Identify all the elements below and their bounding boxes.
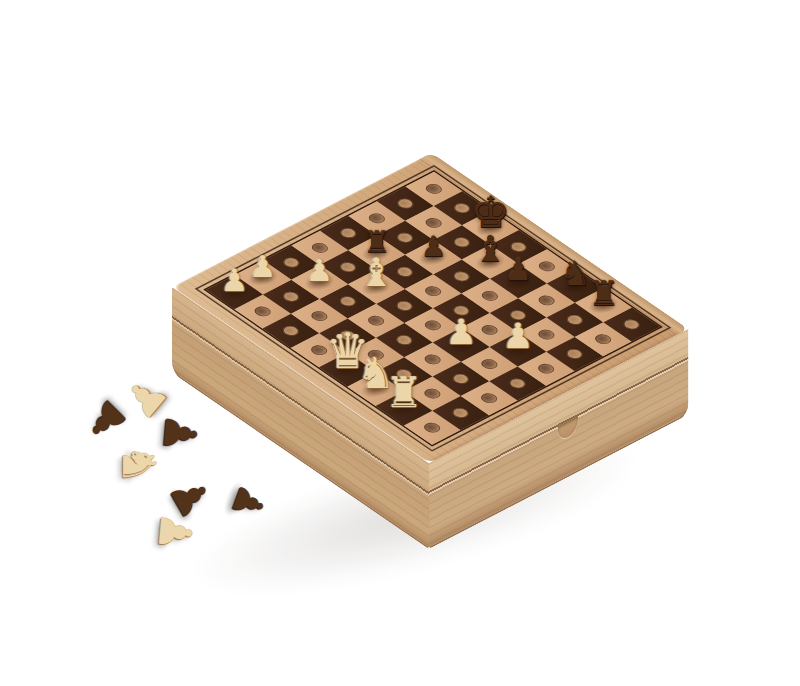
travel-chess-set-photo: ♟♟♟♜♝♟♚♝♛♟♞♟♞♜♟♜ ♟♟♟♞♟♟♟	[0, 0, 800, 686]
loose-white-knight[interactable]: ♞	[118, 442, 162, 486]
loose-white-pawn[interactable]: ♟	[151, 508, 199, 556]
loose-pieces: ♟♟♟♞♟♟♟	[0, 0, 800, 686]
loose-black-pawn[interactable]: ♟	[218, 473, 274, 529]
